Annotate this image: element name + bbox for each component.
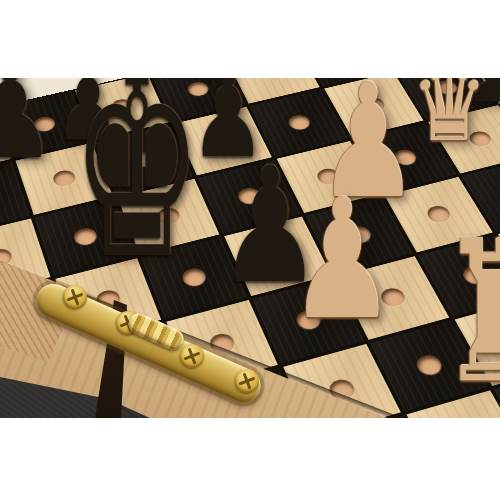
black-pawn-left-edge: ♟ <box>0 78 57 177</box>
black-king: ♚ <box>72 78 203 294</box>
white-queen-top-right: ♛ <box>411 78 487 156</box>
white-pawn-lower: ♟ <box>288 177 395 343</box>
peg-hole <box>286 113 313 131</box>
photo-canvas: ♟♟♚♟♟♟♟♛♟♜ <box>0 0 500 500</box>
white-rook-right-edge: ♜ <box>433 215 500 410</box>
photo-area: ♟♟♚♟♟♟♟♛♟♜ <box>0 78 500 418</box>
